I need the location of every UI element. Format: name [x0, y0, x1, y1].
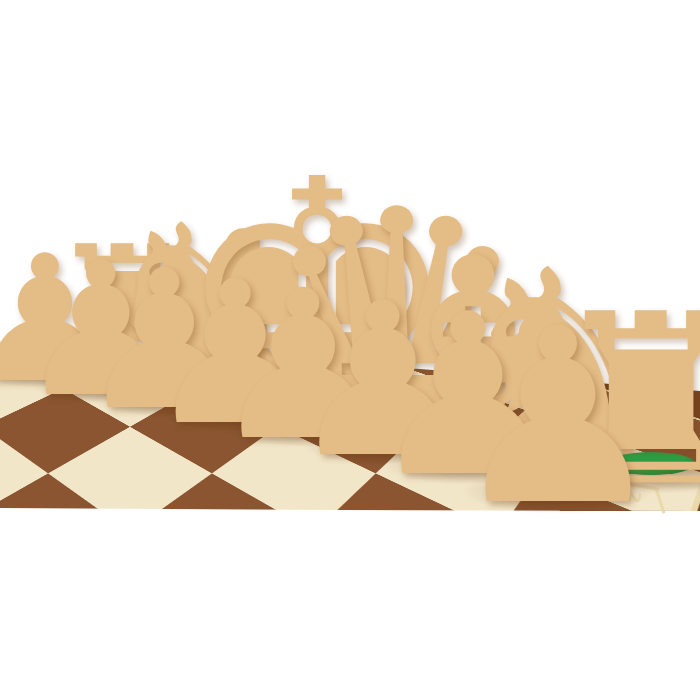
chess-set-photo: 2 3 ♜♞♟♝♟♚♟♟♛♟♝♟♞♟♜♟ [0, 0, 700, 700]
board-square [0, 607, 130, 700]
board-square [377, 607, 624, 700]
board-square [24, 532, 235, 700]
board-square [236, 532, 447, 700]
board-square [0, 532, 24, 700]
white-pawn-a2: ♟ [450, 296, 667, 538]
board-square [130, 607, 377, 700]
